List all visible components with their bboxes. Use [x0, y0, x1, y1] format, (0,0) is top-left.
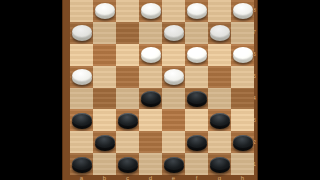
board-square[interactable]	[185, 131, 208, 153]
rank-label: 4	[254, 96, 257, 101]
board-square[interactable]	[116, 109, 139, 131]
black-checker[interactable]	[210, 113, 230, 129]
white-checker[interactable]	[164, 25, 184, 41]
board-square[interactable]	[185, 153, 208, 175]
board-square[interactable]	[116, 44, 139, 66]
board-square[interactable]	[93, 109, 116, 131]
piece-top	[210, 25, 230, 38]
white-checker[interactable]	[233, 3, 253, 19]
board-square[interactable]	[231, 0, 254, 22]
piece-top	[210, 113, 230, 126]
white-checker[interactable]	[210, 25, 230, 41]
rank-label: 3	[254, 118, 257, 123]
board-square[interactable]	[162, 0, 185, 22]
board-square[interactable]	[70, 22, 93, 44]
board-square[interactable]	[231, 22, 254, 44]
black-checker[interactable]	[187, 135, 207, 151]
board-square[interactable]	[139, 153, 162, 175]
rank-labels: 87654321	[254, 0, 258, 175]
board-square[interactable]	[185, 0, 208, 22]
piece-top	[72, 69, 92, 82]
board-square[interactable]	[185, 66, 208, 88]
board-square[interactable]	[162, 44, 185, 66]
board-square[interactable]	[116, 153, 139, 175]
piece-top	[118, 157, 138, 170]
board-square[interactable]	[139, 0, 162, 22]
board-square[interactable]	[116, 22, 139, 44]
piece-top	[72, 113, 92, 126]
file-label: d	[139, 175, 162, 180]
piece-top	[164, 157, 184, 170]
piece-top	[164, 25, 184, 38]
board-square[interactable]	[208, 0, 231, 22]
piece-top	[187, 135, 207, 148]
board-square[interactable]	[162, 153, 185, 175]
white-checker[interactable]	[187, 3, 207, 19]
white-checker[interactable]	[187, 47, 207, 63]
white-checker[interactable]	[164, 69, 184, 85]
board-square[interactable]	[208, 131, 231, 153]
piece-top	[95, 135, 115, 148]
white-checker[interactable]	[141, 47, 161, 63]
board-square[interactable]	[231, 153, 254, 175]
board-square[interactable]	[185, 22, 208, 44]
board-square[interactable]	[70, 153, 93, 175]
board-square[interactable]	[162, 88, 185, 110]
board-square[interactable]	[93, 131, 116, 153]
board-square[interactable]	[93, 0, 116, 22]
rank-label: 8	[254, 8, 257, 13]
board-square[interactable]	[231, 88, 254, 110]
piece-top	[233, 135, 253, 148]
board-square[interactable]	[231, 44, 254, 66]
board-square[interactable]	[116, 0, 139, 22]
board-square[interactable]	[162, 109, 185, 131]
file-label: c	[116, 175, 139, 180]
white-checker[interactable]	[72, 25, 92, 41]
board-square[interactable]	[185, 44, 208, 66]
piece-top	[233, 47, 253, 60]
piece-top	[164, 69, 184, 82]
piece-top	[210, 157, 230, 170]
board-square[interactable]	[231, 109, 254, 131]
black-checker[interactable]	[164, 157, 184, 173]
checkers-board: abcdefgh 87654321	[62, 0, 258, 180]
board-square[interactable]	[70, 66, 93, 88]
board-square[interactable]	[70, 0, 93, 22]
white-checker[interactable]	[72, 69, 92, 85]
board-square[interactable]	[231, 131, 254, 153]
white-checker[interactable]	[95, 3, 115, 19]
board-square[interactable]	[208, 66, 231, 88]
piece-top	[141, 91, 161, 104]
piece-top	[72, 157, 92, 170]
piece-top	[187, 47, 207, 60]
board-square[interactable]	[70, 131, 93, 153]
piece-top	[72, 25, 92, 38]
black-checker[interactable]	[72, 113, 92, 129]
file-label: e	[162, 175, 185, 180]
rank-label: 2	[254, 140, 257, 145]
piece-top	[187, 91, 207, 104]
board-square[interactable]	[208, 109, 231, 131]
white-checker[interactable]	[141, 3, 161, 19]
board-grid	[70, 0, 254, 175]
white-checker[interactable]	[233, 47, 253, 63]
board-square[interactable]	[116, 88, 139, 110]
board-square[interactable]	[208, 22, 231, 44]
black-checker[interactable]	[95, 135, 115, 151]
piece-top	[141, 47, 161, 60]
board-square[interactable]	[139, 66, 162, 88]
rank-label: 1	[254, 162, 257, 167]
board-square[interactable]	[185, 88, 208, 110]
black-checker[interactable]	[210, 157, 230, 173]
board-square[interactable]	[139, 88, 162, 110]
board-square[interactable]	[208, 88, 231, 110]
board-square[interactable]	[70, 44, 93, 66]
black-checker[interactable]	[118, 157, 138, 173]
file-label: b	[93, 175, 116, 180]
board-square[interactable]	[162, 131, 185, 153]
board-square[interactable]	[139, 131, 162, 153]
board-square[interactable]	[70, 109, 93, 131]
black-checker[interactable]	[72, 157, 92, 173]
board-square[interactable]	[93, 153, 116, 175]
board-square[interactable]	[93, 66, 116, 88]
file-label: f	[185, 175, 208, 180]
file-label: a	[70, 175, 93, 180]
board-square[interactable]	[208, 44, 231, 66]
board-square[interactable]	[139, 44, 162, 66]
file-label: h	[231, 175, 254, 180]
black-checker[interactable]	[187, 91, 207, 107]
rank-label: 7	[254, 30, 257, 35]
black-checker[interactable]	[233, 135, 253, 151]
board-square[interactable]	[139, 22, 162, 44]
file-label: g	[208, 175, 231, 180]
piece-top	[118, 113, 138, 126]
board-square[interactable]	[162, 22, 185, 44]
rank-label: 6	[254, 52, 257, 57]
black-checker[interactable]	[141, 91, 161, 107]
board-square[interactable]	[93, 88, 116, 110]
board-square[interactable]	[139, 109, 162, 131]
board-square[interactable]	[231, 66, 254, 88]
board-square[interactable]	[116, 66, 139, 88]
board-square[interactable]	[162, 66, 185, 88]
board-square[interactable]	[116, 131, 139, 153]
file-labels: abcdefgh	[70, 175, 254, 180]
board-square[interactable]	[93, 22, 116, 44]
screenshot-stage: abcdefgh 87654321	[0, 0, 320, 180]
board-square[interactable]	[93, 44, 116, 66]
board-square[interactable]	[70, 88, 93, 110]
rank-label: 5	[254, 74, 257, 79]
board-square[interactable]	[185, 109, 208, 131]
black-checker[interactable]	[118, 113, 138, 129]
board-square[interactable]	[208, 153, 231, 175]
